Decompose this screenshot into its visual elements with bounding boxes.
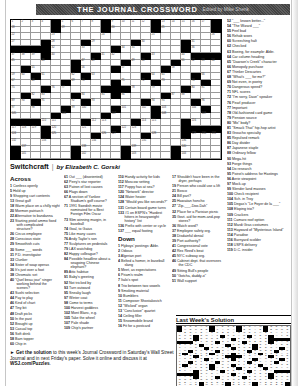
crossword-cell[interactable] — [101, 60, 111, 67]
crossword-cell[interactable] — [161, 126, 171, 133]
crossword-cell[interactable]: 38 — [21, 53, 31, 60]
crossword-cell[interactable] — [91, 126, 101, 133]
crossword-cell[interactable]: 88 — [181, 93, 191, 100]
crossword-cell[interactable] — [21, 133, 31, 140]
crossword-cell[interactable]: 119 — [31, 126, 41, 133]
crossword-cell[interactable]: 53 — [201, 60, 211, 67]
crossword-cell[interactable]: 51 — [181, 60, 191, 67]
crossword-cell[interactable] — [111, 33, 121, 40]
crossword-cell[interactable] — [151, 40, 161, 47]
crossword-cell[interactable]: 107 — [111, 113, 121, 120]
crossword-cell[interactable] — [131, 113, 141, 120]
crossword-cell[interactable] — [181, 106, 191, 113]
crossword-cell[interactable]: 16 — [191, 20, 201, 27]
crossword-cell[interactable] — [101, 80, 111, 87]
crossword-cell[interactable]: 85 — [101, 93, 111, 100]
crossword-cell[interactable] — [171, 53, 181, 60]
crossword-cell[interactable] — [51, 152, 61, 159]
crossword-cell[interactable]: 101 — [121, 106, 131, 113]
crossword-cell[interactable] — [91, 27, 101, 34]
crossword-cell[interactable]: 104 — [191, 106, 201, 113]
crossword-cell[interactable]: 25 — [151, 33, 161, 40]
crossword-cell[interactable] — [141, 126, 151, 133]
crossword-cell[interactable] — [31, 33, 41, 40]
crossword-cell[interactable]: 26 — [211, 33, 221, 40]
crossword-cell[interactable]: 126 — [101, 133, 111, 140]
cell-number: 113 — [101, 119, 106, 122]
crossword-cell[interactable]: 112 — [91, 119, 101, 126]
crossword-cell[interactable]: 118 — [21, 126, 31, 133]
crossword-cell[interactable] — [191, 152, 201, 159]
crossword-cell[interactable] — [141, 146, 151, 153]
crossword-cell[interactable] — [31, 133, 41, 140]
crossword-cell[interactable]: 64 — [151, 73, 161, 80]
crossword-cell[interactable]: 12 — [141, 20, 151, 27]
crossword-cell[interactable] — [61, 40, 71, 47]
crossword-cell[interactable] — [21, 60, 31, 67]
crossword-cell[interactable]: 106 — [61, 113, 71, 120]
crossword-cell[interactable] — [91, 80, 101, 87]
crossword-cell[interactable]: 80 — [191, 86, 201, 93]
crossword-cell[interactable] — [201, 27, 211, 34]
crossword-cell[interactable] — [161, 40, 171, 47]
crossword-cell[interactable] — [21, 106, 31, 113]
crossword-cell[interactable] — [211, 46, 221, 53]
crossword-cell[interactable] — [21, 80, 31, 87]
crossword-cell[interactable] — [121, 33, 131, 40]
crossword-cell[interactable] — [151, 139, 161, 146]
crossword-cell[interactable] — [51, 99, 61, 106]
crossword-cell[interactable] — [181, 66, 191, 73]
crossword-cell[interactable] — [121, 27, 131, 34]
crossword-cell[interactable]: 11 — [131, 20, 141, 27]
crossword-cell[interactable] — [121, 139, 131, 146]
crossword-cell[interactable] — [211, 73, 221, 80]
crossword-cell[interactable] — [131, 27, 141, 34]
crossword-cell[interactable] — [181, 73, 191, 80]
crossword-cell[interactable]: 116 — [191, 119, 201, 126]
crossword-cell[interactable] — [61, 53, 71, 60]
crossword-cell[interactable] — [41, 33, 51, 40]
crossword-cell[interactable] — [111, 99, 121, 106]
page-rule-left — [5, 0, 6, 386]
crossword-cell[interactable]: 94 — [151, 99, 161, 106]
crossword-cell[interactable] — [31, 27, 41, 34]
crossword-cell[interactable] — [61, 126, 71, 133]
crossword-cell[interactable] — [211, 113, 221, 120]
crossword-cell[interactable] — [71, 133, 81, 140]
crossword-cell[interactable] — [51, 106, 61, 113]
crossword-cell[interactable]: 131 — [211, 133, 221, 140]
crossword-cell[interactable] — [61, 152, 71, 159]
crossword-cell[interactable]: 55 — [31, 66, 41, 73]
crossword-cell[interactable]: 34 — [121, 46, 131, 53]
crossword-cell[interactable]: 39 — [31, 53, 41, 60]
crossword-cell[interactable] — [171, 139, 181, 146]
crossword-cell[interactable] — [91, 106, 101, 113]
cell-number: 88 — [181, 93, 184, 96]
crossword-cell[interactable]: 60 — [21, 73, 31, 80]
crossword-cell[interactable] — [71, 86, 81, 93]
crossword-cell[interactable] — [161, 133, 171, 140]
crossword-cell[interactable] — [201, 33, 211, 40]
crossword-cell[interactable]: 33 — [81, 46, 91, 53]
crossword-cell[interactable] — [171, 113, 181, 120]
crossword-cell[interactable] — [211, 93, 221, 100]
crossword-cell[interactable] — [111, 60, 121, 67]
clue-136: 136 Prefix with center or cycle — [118, 224, 168, 228]
crossword-cell[interactable]: 135 — [141, 139, 151, 146]
crossword-cell[interactable] — [171, 40, 181, 47]
crossword-cell[interactable]: 19 — [61, 27, 71, 34]
crossword-cell[interactable] — [41, 80, 51, 87]
crossword-cell[interactable]: 123 — [131, 126, 141, 133]
crossword-cell[interactable] — [171, 33, 181, 40]
crossword-cell[interactable] — [111, 139, 121, 146]
crossword-cell[interactable] — [161, 60, 171, 67]
crossword-cell[interactable]: 114 — [141, 119, 151, 126]
crossword-cell[interactable] — [211, 119, 221, 126]
crossword-cell[interactable] — [101, 139, 111, 146]
crossword-cell[interactable]: 57 — [121, 66, 131, 73]
crossword-cell[interactable] — [161, 146, 171, 153]
crossword-cell[interactable]: 49 — [131, 60, 141, 67]
crossword-cell[interactable] — [81, 133, 91, 140]
crossword-cell[interactable]: 45 — [11, 60, 21, 67]
crossword-cell[interactable] — [211, 86, 221, 93]
crossword-cell[interactable]: 30 — [141, 40, 151, 47]
crossword-cell[interactable] — [191, 66, 201, 73]
crossword-cell[interactable]: 73 — [161, 80, 171, 87]
crossword-cell[interactable] — [61, 93, 71, 100]
clue-63: 63 Boeing, for example: Abbr. — [227, 50, 291, 54]
crossword-cell[interactable] — [61, 66, 71, 73]
crossword-cell[interactable] — [181, 27, 191, 34]
crossword-cell[interactable] — [61, 133, 71, 140]
crossword-cell[interactable] — [201, 40, 211, 47]
crossword-cell[interactable] — [211, 106, 221, 113]
crossword-cell[interactable] — [161, 119, 171, 126]
crossword-cell[interactable]: 41 — [101, 53, 111, 60]
crossword-cell[interactable]: 75 — [11, 86, 21, 93]
crossword-cell[interactable]: 40 — [51, 53, 61, 60]
crossword-cell[interactable]: 115 — [151, 119, 161, 126]
crossword-cell[interactable] — [71, 139, 81, 146]
crossword-cell[interactable] — [21, 27, 31, 34]
crossword-cell[interactable] — [181, 99, 191, 106]
crossword-cell[interactable] — [61, 139, 71, 146]
crossword-cell[interactable]: 110 — [41, 119, 51, 126]
crossword-cell[interactable]: 42 — [111, 53, 121, 60]
crossword-cell[interactable]: 56 — [81, 66, 91, 73]
crossword-cell[interactable]: 2 — [21, 20, 31, 27]
crossword-cell[interactable] — [101, 73, 111, 80]
crossword-cell[interactable] — [171, 73, 181, 80]
crossword-cell[interactable] — [71, 46, 81, 53]
crossword-cell[interactable] — [141, 46, 151, 53]
crossword-cell[interactable] — [171, 27, 181, 34]
crossword-cell[interactable]: 15 — [181, 20, 191, 27]
crossword-cell[interactable]: 132 — [11, 139, 21, 146]
crossword-cell[interactable]: 54 — [211, 60, 221, 67]
crossword-cell[interactable] — [41, 152, 51, 159]
crossword-cell[interactable] — [101, 106, 111, 113]
crossword-cell[interactable]: 130 — [201, 133, 211, 140]
solution-note: ► Get the solution to this week's Journa… — [10, 350, 174, 367]
crossword-cell[interactable]: 76 — [51, 86, 61, 93]
crossword-cell[interactable]: 21 — [161, 27, 171, 34]
crossword-cell[interactable]: 100 — [81, 106, 91, 113]
crossword-cell[interactable] — [21, 113, 31, 120]
crossword-cell[interactable] — [181, 33, 191, 40]
crossword-cell[interactable]: 128 — [151, 133, 161, 140]
crossword-cell[interactable] — [191, 139, 201, 146]
crossword-cell[interactable] — [81, 27, 91, 34]
crossword-cell[interactable] — [131, 106, 141, 113]
crossword-cell[interactable]: 52 — [191, 60, 201, 67]
crossword-cell[interactable] — [71, 27, 81, 34]
crossword-cell[interactable]: 50 — [141, 60, 151, 67]
crossword-cell[interactable]: 29 — [91, 40, 101, 47]
crossword-cell[interactable] — [71, 40, 81, 47]
crossword-cell[interactable]: 72 — [141, 80, 151, 87]
crossword-cell[interactable] — [171, 133, 181, 140]
crossword-cell[interactable]: 43 — [151, 53, 161, 60]
crossword-cell[interactable] — [211, 80, 221, 87]
crossword-cell[interactable] — [161, 152, 171, 159]
crossword-cell[interactable]: 143 — [131, 152, 141, 159]
crossword-cell[interactable] — [61, 146, 71, 153]
crossword-cell[interactable]: 93 — [91, 99, 101, 106]
crossword-cell[interactable] — [131, 133, 141, 140]
crossword-cell[interactable] — [151, 60, 161, 67]
crossword-cell[interactable] — [171, 126, 181, 133]
crossword-cell[interactable] — [151, 152, 161, 159]
crossword-cell[interactable] — [51, 146, 61, 153]
crossword-cell[interactable]: 10 — [121, 20, 131, 27]
crossword-cell[interactable] — [21, 33, 31, 40]
crossword-cell[interactable] — [161, 46, 171, 53]
crossword-cell[interactable] — [31, 139, 41, 146]
crossword-cell[interactable]: 77 — [61, 86, 71, 93]
crossword-cell[interactable] — [51, 93, 61, 100]
crossword-cell[interactable]: 144 — [181, 152, 191, 159]
crossword-cell[interactable] — [41, 27, 51, 34]
crossword-cell[interactable] — [211, 66, 221, 73]
crossword-cell[interactable] — [61, 119, 71, 126]
crossword-cell[interactable] — [81, 33, 91, 40]
crossword-cell[interactable]: 3 — [31, 20, 41, 27]
crossword-cell[interactable] — [211, 40, 221, 47]
crossword-cell[interactable]: 98 — [31, 106, 41, 113]
crossword-cell[interactable] — [201, 139, 211, 146]
crossword-cell[interactable]: 61 — [41, 73, 51, 80]
clue-19: 19 Person who could use a lift — [172, 184, 222, 188]
crossword-cell[interactable] — [111, 146, 121, 153]
crossword-cell[interactable]: 141 — [21, 152, 31, 159]
crossword-cell[interactable] — [161, 53, 171, 60]
crossword-cell[interactable]: 24 — [101, 33, 111, 40]
crossword-cell[interactable]: 8 — [91, 20, 101, 27]
crossword-cell[interactable] — [151, 146, 161, 153]
crossword-cell[interactable]: 105 — [11, 113, 21, 120]
crossword-cell[interactable]: 121 — [81, 126, 91, 133]
crossword-cell[interactable] — [141, 27, 151, 34]
crossword-cell[interactable] — [41, 106, 51, 113]
crossword-cell[interactable] — [91, 146, 101, 153]
crossword-cell[interactable]: 63 — [91, 73, 101, 80]
crossword-cell[interactable] — [201, 46, 211, 53]
crossword-cell[interactable] — [71, 119, 81, 126]
crossword-cell[interactable] — [141, 86, 151, 93]
crossword-cell[interactable] — [161, 139, 171, 146]
crossword-cell[interactable]: 108 — [161, 113, 171, 120]
crossword-cell[interactable] — [51, 139, 61, 146]
crossword-cell[interactable] — [31, 146, 41, 153]
crossword-cell[interactable]: 7 — [81, 20, 91, 27]
crossword-cell[interactable] — [131, 99, 141, 106]
crossword-cell[interactable]: 113 — [101, 119, 111, 126]
crossword-cell[interactable]: 70 — [81, 80, 91, 87]
crossword-cell[interactable]: 71 — [121, 80, 131, 87]
crossword-cell[interactable]: 99 — [71, 106, 81, 113]
crossword-cell[interactable] — [71, 113, 81, 120]
crossword-cell[interactable]: 14 — [171, 20, 181, 27]
crossword-cell[interactable] — [201, 119, 211, 126]
crossword-cell[interactable]: 68 — [31, 80, 41, 87]
crossword-cell[interactable] — [21, 40, 31, 47]
crossword-cell[interactable]: 79 — [151, 86, 161, 93]
crossword-cell[interactable] — [61, 46, 71, 53]
crossword-cell[interactable] — [181, 113, 191, 120]
crossword-cell[interactable] — [111, 119, 121, 126]
crossword-cell[interactable]: 122 — [121, 126, 131, 133]
crossword-cell[interactable] — [91, 46, 101, 53]
crossword-cell[interactable]: 134 — [91, 139, 101, 146]
crossword-cell[interactable]: 91 — [41, 99, 51, 106]
crossword-cell[interactable] — [101, 146, 111, 153]
crossword-cell[interactable] — [91, 86, 101, 93]
crossword-cell[interactable] — [161, 86, 171, 93]
crossword-cell[interactable] — [71, 126, 81, 133]
crossword-cell[interactable]: 78 — [131, 86, 141, 93]
crossword-cell[interactable] — [31, 113, 41, 120]
crossword-cell[interactable]: 35 — [131, 46, 141, 53]
crossword-cell[interactable]: 82 — [31, 93, 41, 100]
crossword-cell[interactable] — [121, 53, 131, 60]
main-grid[interactable]: 1234567891011121314151617181920212223242… — [10, 19, 222, 160]
crossword-cell[interactable] — [171, 99, 181, 106]
crossword-cell[interactable] — [51, 73, 61, 80]
cell-number: 66 — [201, 73, 204, 76]
crossword-cell[interactable]: 6 — [71, 20, 81, 27]
crossword-cell[interactable] — [191, 146, 201, 153]
crossword-cell[interactable] — [201, 152, 211, 159]
crossword-cell[interactable]: 27 — [11, 40, 21, 47]
crossword-cell[interactable] — [91, 152, 101, 159]
crossword-cell[interactable]: 81 — [201, 86, 211, 93]
crossword-cell[interactable] — [131, 66, 141, 73]
crossword-cell[interactable] — [131, 33, 141, 40]
crossword-cell[interactable] — [171, 80, 181, 87]
crossword-cell[interactable] — [101, 99, 111, 106]
crossword-cell[interactable] — [31, 40, 41, 47]
crossword-cell[interactable] — [191, 93, 201, 100]
cell-number: 59 — [11, 73, 14, 76]
crossword-cell[interactable] — [141, 66, 151, 73]
crossword-cell[interactable] — [131, 73, 141, 80]
crossword-cell[interactable] — [51, 66, 61, 73]
crossword-cell[interactable] — [101, 66, 111, 73]
crossword-cell[interactable]: 46 — [41, 60, 51, 67]
crossword-cell[interactable]: 58 — [171, 66, 181, 73]
crossword-cell[interactable] — [31, 152, 41, 159]
crossword-cell[interactable] — [41, 146, 51, 153]
crossword-cell[interactable] — [21, 86, 31, 93]
crossword-cell[interactable] — [101, 40, 111, 47]
crossword-cell[interactable] — [141, 93, 151, 100]
crossword-cell[interactable] — [141, 152, 151, 159]
crossword-cell[interactable]: 69 — [71, 80, 81, 87]
crossword-cell[interactable]: 66 — [201, 73, 211, 80]
crossword-cell[interactable] — [81, 113, 91, 120]
crossword-cell[interactable] — [61, 33, 71, 40]
crossword-cell[interactable] — [111, 73, 121, 80]
crossword-cell[interactable]: 129 — [191, 133, 201, 140]
crossword-cell[interactable] — [211, 99, 221, 106]
crossword-cell[interactable] — [71, 33, 81, 40]
crossword-cell[interactable]: 36 — [191, 46, 201, 53]
crossword-cell[interactable]: 84 — [81, 93, 91, 100]
crossword-cell[interactable] — [71, 53, 81, 60]
crossword-cell[interactable] — [211, 152, 221, 159]
crossword-cell[interactable] — [111, 152, 121, 159]
crossword-cell[interactable] — [191, 27, 201, 34]
crossword-cell[interactable]: 127 — [111, 133, 121, 140]
crossword-cell[interactable] — [61, 99, 71, 106]
crossword-cell[interactable] — [61, 60, 71, 67]
crossword-cell[interactable] — [121, 113, 131, 120]
crossword-cell[interactable]: 87 — [171, 93, 181, 100]
crossword-cell[interactable] — [211, 146, 221, 153]
crossword-cell[interactable]: 4 — [41, 20, 51, 27]
crossword-cell[interactable] — [121, 133, 131, 140]
crossword-cell[interactable]: 90 — [21, 99, 31, 106]
crossword-cell[interactable] — [51, 60, 61, 67]
crossword-cell[interactable] — [111, 40, 121, 47]
crossword-cell[interactable]: 96 — [201, 99, 211, 106]
crossword-cell[interactable] — [171, 119, 181, 126]
crossword-cell[interactable]: 48 — [91, 60, 101, 67]
crossword-cell[interactable]: 102 — [141, 106, 151, 113]
crossword-cell[interactable]: 142 — [81, 152, 91, 159]
crossword-cell[interactable] — [161, 33, 171, 40]
crossword-cell[interactable]: 86 — [121, 93, 131, 100]
crossword-cell[interactable] — [131, 93, 141, 100]
crossword-cell[interactable]: 109 — [201, 113, 211, 120]
crossword-cell[interactable]: 20 — [111, 27, 121, 34]
crossword-cell[interactable]: 17 — [201, 20, 211, 27]
crossword-cell[interactable]: 125 — [51, 133, 61, 140]
crossword-cell[interactable] — [211, 139, 221, 146]
crossword-cell[interactable] — [101, 152, 111, 159]
crossword-cell[interactable] — [201, 146, 211, 153]
crossword-cell[interactable] — [171, 106, 181, 113]
crossword-cell[interactable] — [61, 73, 71, 80]
crossword-cell[interactable]: 133 — [41, 139, 51, 146]
crossword-cell[interactable] — [181, 80, 191, 87]
crossword-cell[interactable] — [171, 46, 181, 53]
